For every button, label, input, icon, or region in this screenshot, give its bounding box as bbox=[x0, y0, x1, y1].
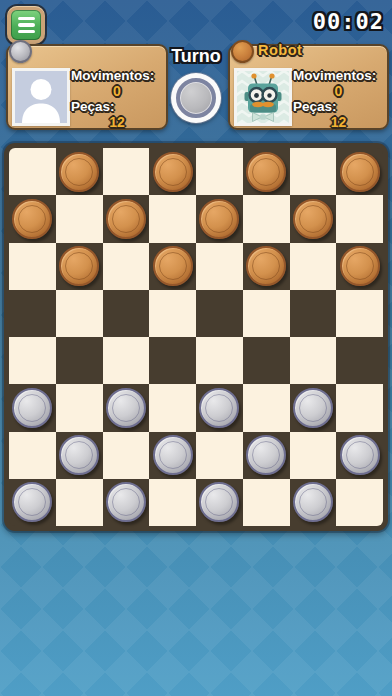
person-silhouette-icon bbox=[15, 71, 67, 123]
orange-checker-piece[interactable] bbox=[59, 152, 99, 192]
board-square-g5[interactable] bbox=[290, 290, 337, 337]
player-panel-robot: Robot bbox=[228, 44, 389, 130]
turn-label: Turno bbox=[171, 46, 221, 67]
white-checker-piece[interactable] bbox=[199, 482, 239, 522]
board-square-h4[interactable] bbox=[336, 337, 383, 384]
board-square-h1 bbox=[336, 479, 383, 526]
board-square-d5 bbox=[149, 290, 196, 337]
menu-button[interactable] bbox=[7, 6, 45, 44]
movements-value: 0 bbox=[71, 84, 163, 98]
movements-value: 0 bbox=[293, 84, 384, 98]
orange-checker-piece[interactable] bbox=[199, 199, 239, 239]
checkers-board bbox=[4, 143, 388, 531]
hamburger-icon bbox=[11, 10, 41, 40]
board-square-d8[interactable] bbox=[149, 148, 196, 195]
board-square-f4[interactable] bbox=[243, 337, 290, 384]
human-stats: Movimentos: 0 Peças: 12 bbox=[71, 69, 163, 131]
board-square-e8 bbox=[196, 148, 243, 195]
orange-checker-piece[interactable] bbox=[293, 199, 333, 239]
game-timer: 00:02 bbox=[313, 9, 384, 34]
board-square-b4[interactable] bbox=[56, 337, 103, 384]
pieces-value: 12 bbox=[293, 115, 384, 129]
orange-checker-piece[interactable] bbox=[106, 199, 146, 239]
board-square-a8 bbox=[9, 148, 56, 195]
board-square-e2 bbox=[196, 432, 243, 479]
pieces-value: 12 bbox=[71, 115, 163, 129]
turn-indicator-piece bbox=[171, 73, 221, 123]
orange-checker-piece[interactable] bbox=[153, 246, 193, 286]
orange-checker-piece[interactable] bbox=[246, 152, 286, 192]
robot-stats: Movimentos: 0 Peças: 12 bbox=[293, 69, 384, 131]
board-square-c5[interactable] bbox=[103, 290, 150, 337]
board-square-f3 bbox=[243, 384, 290, 431]
white-checker-piece[interactable] bbox=[153, 435, 193, 475]
board-square-c3[interactable] bbox=[103, 384, 150, 431]
white-checker-piece[interactable] bbox=[293, 388, 333, 428]
white-checker-piece[interactable] bbox=[246, 435, 286, 475]
orange-checker-piece[interactable] bbox=[340, 152, 380, 192]
board-square-c4 bbox=[103, 337, 150, 384]
board-square-h5 bbox=[336, 290, 383, 337]
board-square-a4 bbox=[9, 337, 56, 384]
white-checker-piece[interactable] bbox=[199, 388, 239, 428]
board-square-g2 bbox=[290, 432, 337, 479]
board-grid bbox=[9, 148, 383, 526]
board-square-g3[interactable] bbox=[290, 384, 337, 431]
board-square-g1[interactable] bbox=[290, 479, 337, 526]
orange-checker-piece[interactable] bbox=[153, 152, 193, 192]
white-piece-badge bbox=[9, 40, 32, 63]
white-checker-icon bbox=[176, 78, 216, 118]
board-square-d2[interactable] bbox=[149, 432, 196, 479]
board-square-g7[interactable] bbox=[290, 195, 337, 242]
orange-checker-piece[interactable] bbox=[246, 246, 286, 286]
board-square-b2[interactable] bbox=[56, 432, 103, 479]
board-square-a1[interactable] bbox=[9, 479, 56, 526]
board-square-a6 bbox=[9, 243, 56, 290]
board-square-h2[interactable] bbox=[336, 432, 383, 479]
board-square-h7 bbox=[336, 195, 383, 242]
white-checker-piece[interactable] bbox=[59, 435, 99, 475]
board-square-g8 bbox=[290, 148, 337, 195]
orange-checker-piece[interactable] bbox=[59, 246, 99, 286]
board-square-c8 bbox=[103, 148, 150, 195]
robot-icon bbox=[237, 71, 289, 123]
white-checker-piece[interactable] bbox=[106, 388, 146, 428]
movements-label: Movimentos: bbox=[71, 69, 163, 83]
board-square-e1[interactable] bbox=[196, 479, 243, 526]
orange-checker-piece[interactable] bbox=[12, 199, 52, 239]
board-square-d1 bbox=[149, 479, 196, 526]
pieces-label: Peças: bbox=[293, 100, 384, 114]
orange-checker-piece[interactable] bbox=[340, 246, 380, 286]
board-square-e7[interactable] bbox=[196, 195, 243, 242]
board-square-a2 bbox=[9, 432, 56, 479]
board-square-e6 bbox=[196, 243, 243, 290]
board-square-d3 bbox=[149, 384, 196, 431]
board-square-f2[interactable] bbox=[243, 432, 290, 479]
board-square-f8[interactable] bbox=[243, 148, 290, 195]
board-square-a5[interactable] bbox=[9, 290, 56, 337]
board-square-b3 bbox=[56, 384, 103, 431]
white-checker-piece[interactable] bbox=[340, 435, 380, 475]
board-square-b1 bbox=[56, 479, 103, 526]
board-square-a3[interactable] bbox=[9, 384, 56, 431]
board-square-g4 bbox=[290, 337, 337, 384]
board-square-e5[interactable] bbox=[196, 290, 243, 337]
board-square-h3 bbox=[336, 384, 383, 431]
player-panel-human: Movimentos: 0 Peças: 12 bbox=[6, 44, 168, 130]
board-square-f5 bbox=[243, 290, 290, 337]
board-square-f1 bbox=[243, 479, 290, 526]
board-square-d6[interactable] bbox=[149, 243, 196, 290]
board-square-g6 bbox=[290, 243, 337, 290]
board-square-b8[interactable] bbox=[56, 148, 103, 195]
pieces-label: Peças: bbox=[71, 100, 163, 114]
board-square-d7 bbox=[149, 195, 196, 242]
board-square-b7 bbox=[56, 195, 103, 242]
white-checker-piece[interactable] bbox=[12, 482, 52, 522]
board-square-c7[interactable] bbox=[103, 195, 150, 242]
white-checker-piece[interactable] bbox=[12, 388, 52, 428]
white-checker-piece[interactable] bbox=[106, 482, 146, 522]
board-square-b5 bbox=[56, 290, 103, 337]
white-checker-piece[interactable] bbox=[293, 482, 333, 522]
board-square-a7[interactable] bbox=[9, 195, 56, 242]
board-square-c1[interactable] bbox=[103, 479, 150, 526]
board-square-d4[interactable] bbox=[149, 337, 196, 384]
board-square-f6[interactable] bbox=[243, 243, 290, 290]
board-square-e3[interactable] bbox=[196, 384, 243, 431]
board-square-f7 bbox=[243, 195, 290, 242]
board-square-c2 bbox=[103, 432, 150, 479]
robot-name: Robot bbox=[258, 42, 302, 58]
board-square-h6[interactable] bbox=[336, 243, 383, 290]
board-square-e4 bbox=[196, 337, 243, 384]
movements-label: Movimentos: bbox=[293, 69, 384, 83]
orange-piece-badge bbox=[231, 40, 254, 63]
board-square-b6[interactable] bbox=[56, 243, 103, 290]
board-square-h8[interactable] bbox=[336, 148, 383, 195]
robot-avatar bbox=[234, 68, 292, 126]
game-screen: 00:02 Movimentos: 0 Peças: 12 Turno Robo… bbox=[0, 0, 392, 696]
human-avatar bbox=[12, 68, 70, 126]
board-square-c6 bbox=[103, 243, 150, 290]
